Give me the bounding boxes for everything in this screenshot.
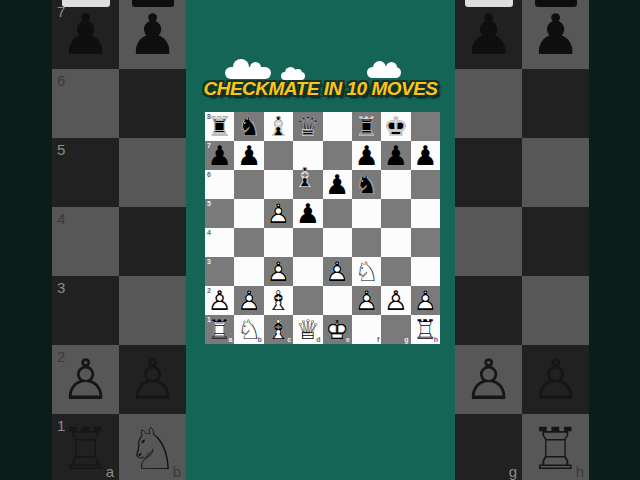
- square-h6: [411, 170, 440, 199]
- bg-square-h4: [522, 207, 589, 276]
- piece-white-pawn: ♟♙: [205, 286, 234, 315]
- square-c8: ♝♗: [264, 112, 293, 141]
- bg-square-h7: ♟: [522, 0, 589, 69]
- bg-square-b2: ♙: [119, 345, 186, 414]
- background-board-right: ♟♟♙♙gh♖: [455, 0, 589, 480]
- bg-square-b7: ♟: [119, 0, 186, 69]
- bg-piece-white-pawn: ♙: [52, 345, 119, 414]
- square-b7: ♟: [234, 141, 263, 170]
- bg-square-h1: h♖: [522, 414, 589, 480]
- piece-white-pawn: ♟♙: [323, 257, 352, 286]
- bg-piece-black-pawn: ♟: [455, 0, 522, 69]
- piece-black-bishop: ♝♗: [264, 112, 293, 141]
- file-label: f: [377, 336, 379, 343]
- square-f2: ♟♙: [352, 286, 381, 315]
- square-d1: d♛♕: [293, 315, 322, 344]
- square-h7: ♟: [411, 141, 440, 170]
- bg-square-b5: [119, 138, 186, 207]
- bg-square-a3: 3: [52, 276, 119, 345]
- bg-square-a5: 5: [52, 138, 119, 207]
- square-e3: ♟♙: [323, 257, 352, 286]
- square-f1: f: [352, 315, 381, 344]
- square-f5: [352, 199, 381, 228]
- piece-black-pawn: ♟: [381, 141, 410, 170]
- square-c3: ♟♙: [264, 257, 293, 286]
- rank-label: 6: [207, 171, 211, 178]
- square-f7: ♟: [352, 141, 381, 170]
- square-h1: h♜♖: [411, 315, 440, 344]
- bg-rank-label: 6: [57, 72, 65, 89]
- bg-square-b4: [119, 207, 186, 276]
- square-e2: [323, 286, 352, 315]
- bg-file-label: g: [509, 463, 517, 480]
- square-b1: b♞♘: [234, 315, 263, 344]
- square-d2: [293, 286, 322, 315]
- bg-square-a2: 2♙: [52, 345, 119, 414]
- piece-white-rook: ♜♖: [205, 315, 234, 344]
- square-e4: [323, 228, 352, 257]
- square-a6: 6: [205, 170, 234, 199]
- bg-square-a1: 1a♖: [52, 414, 119, 480]
- square-e1: e♚♔: [323, 315, 352, 344]
- square-c4: [264, 228, 293, 257]
- bg-square-b6: [119, 69, 186, 138]
- square-b6: [234, 170, 263, 199]
- square-h4: [411, 228, 440, 257]
- bg-piece-white-rook: ♖: [522, 414, 589, 480]
- piece-black-bishop: ♝♗: [290, 163, 319, 192]
- square-f6: ♞♘: [352, 170, 381, 199]
- square-a2: 2♟♙: [205, 286, 234, 315]
- bg-rank-label: 4: [57, 210, 65, 227]
- rank-label: 5: [207, 200, 211, 207]
- square-g1: g: [381, 315, 410, 344]
- square-c2: ♝♗: [264, 286, 293, 315]
- square-h8: [411, 112, 440, 141]
- square-b3: [234, 257, 263, 286]
- piece-black-pawn: ♟: [352, 141, 381, 170]
- bg-square-a7: 7♟: [52, 0, 119, 69]
- square-h2: ♟♙: [411, 286, 440, 315]
- rank-label: 4: [207, 229, 211, 236]
- piece-white-bishop: ♝♗: [264, 315, 293, 344]
- square-c7: [264, 141, 293, 170]
- bg-piece-black-pawn: ♟: [52, 0, 119, 69]
- square-a3: 3: [205, 257, 234, 286]
- bg-square-b3: [119, 276, 186, 345]
- square-g4: [381, 228, 410, 257]
- square-c5: ♟♙: [264, 199, 293, 228]
- piece-white-pawn: ♟♙: [264, 199, 293, 228]
- square-g2: ♟♙: [381, 286, 410, 315]
- background-board-left: 7♟♟65432♙♙1a♖b♘: [52, 0, 186, 480]
- square-g3: [381, 257, 410, 286]
- square-g7: ♟: [381, 141, 410, 170]
- square-f3: ♞♘: [352, 257, 381, 286]
- square-a1: 1a♜♖: [205, 315, 234, 344]
- bg-square-g7: ♟: [455, 0, 522, 69]
- piece-black-knight: ♞♘: [352, 170, 381, 199]
- cloud-icon: [367, 67, 401, 78]
- bg-square-h6: [522, 69, 589, 138]
- piece-black-rook: ♜♖: [205, 112, 234, 141]
- bg-rank-label: 5: [57, 141, 65, 158]
- piece-black-pawn: ♟: [293, 199, 322, 228]
- piece-white-knight: ♞♘: [352, 257, 381, 286]
- square-e6: ♟: [323, 170, 352, 199]
- square-d6: ♝♗: [293, 170, 322, 199]
- square-d3: [293, 257, 322, 286]
- square-b4: [234, 228, 263, 257]
- square-g8: ♚♔: [381, 112, 410, 141]
- piece-white-pawn: ♟♙: [411, 286, 440, 315]
- bg-piece-white-pawn: ♙: [455, 345, 522, 414]
- square-c1: c♝♗: [264, 315, 293, 344]
- square-h5: [411, 199, 440, 228]
- bg-square-h3: [522, 276, 589, 345]
- bg-piece-white-pawn: ♙: [119, 345, 186, 414]
- bg-piece-white-pawn: ♙: [522, 345, 589, 414]
- square-f4: [352, 228, 381, 257]
- bg-square-g1: g: [455, 414, 522, 480]
- piece-white-pawn: ♟♙: [234, 286, 263, 315]
- bg-piece-black-pawn: ♟: [522, 0, 589, 69]
- square-g6: [381, 170, 410, 199]
- bg-rank-label: 3: [57, 279, 65, 296]
- square-d8: ♛♕: [293, 112, 322, 141]
- piece-black-pawn: ♟: [323, 170, 352, 199]
- piece-black-queen: ♛♕: [293, 112, 322, 141]
- square-e5: [323, 199, 352, 228]
- piece-black-pawn: ♟: [411, 141, 440, 170]
- square-b2: ♟♙: [234, 286, 263, 315]
- piece-white-pawn: ♟♙: [352, 286, 381, 315]
- bg-square-a6: 6: [52, 69, 119, 138]
- bg-square-h2: ♙: [522, 345, 589, 414]
- bg-square-a4: 4: [52, 207, 119, 276]
- square-a7: 7♟: [205, 141, 234, 170]
- piece-black-pawn: ♟: [205, 141, 234, 170]
- piece-black-pawn: ♟: [234, 141, 263, 170]
- piece-white-bishop: ♝♗: [264, 286, 293, 315]
- video-frame: 7♟♟65432♙♙1a♖b♘ ♟♟♙♙gh♖ CHECKMATE IN 10 …: [0, 0, 640, 480]
- bg-square-g3: [455, 276, 522, 345]
- bg-square-h5: [522, 138, 589, 207]
- puzzle-chess-board: 8♜♖♞♘♝♗♛♕♜♖♚♔7♟♟♟♟♟6♝♗♟♞♘5♟♙♟43♟♙♟♙♞♘2♟♙…: [205, 112, 440, 344]
- piece-white-king: ♚♔: [323, 315, 352, 344]
- piece-black-rook: ♜♖: [352, 112, 381, 141]
- square-b5: [234, 199, 263, 228]
- square-a4: 4: [205, 228, 234, 257]
- piece-white-knight: ♞♘: [234, 315, 263, 344]
- square-g5: [381, 199, 410, 228]
- square-e7: [323, 141, 352, 170]
- file-label: g: [404, 336, 408, 343]
- square-e8: [323, 112, 352, 141]
- square-a8: 8♜♖: [205, 112, 234, 141]
- piece-white-pawn: ♟♙: [381, 286, 410, 315]
- square-d5: ♟: [293, 199, 322, 228]
- piece-white-queen: ♛♕: [293, 315, 322, 344]
- square-b8: ♞♘: [234, 112, 263, 141]
- square-h3: [411, 257, 440, 286]
- square-a5: 5: [205, 199, 234, 228]
- bg-square-g5: [455, 138, 522, 207]
- bg-piece-black-pawn: ♟: [119, 0, 186, 69]
- bg-piece-white-rook: ♖: [52, 414, 119, 480]
- rank-label: 3: [207, 258, 211, 265]
- square-c6: [264, 170, 293, 199]
- piece-black-king: ♚♔: [381, 112, 410, 141]
- square-f8: ♜♖: [352, 112, 381, 141]
- puzzle-title: CHECKMATE IN 10 MOVES: [186, 78, 455, 100]
- piece-white-pawn: ♟♙: [264, 257, 293, 286]
- square-d4: [293, 228, 322, 257]
- bg-square-g4: [455, 207, 522, 276]
- bg-piece-white-knight: ♘: [119, 414, 186, 480]
- bg-square-g6: [455, 69, 522, 138]
- piece-black-knight: ♞♘: [234, 112, 263, 141]
- bg-square-g2: ♙: [455, 345, 522, 414]
- piece-white-rook: ♜♖: [411, 315, 440, 344]
- bg-square-b1: b♘: [119, 414, 186, 480]
